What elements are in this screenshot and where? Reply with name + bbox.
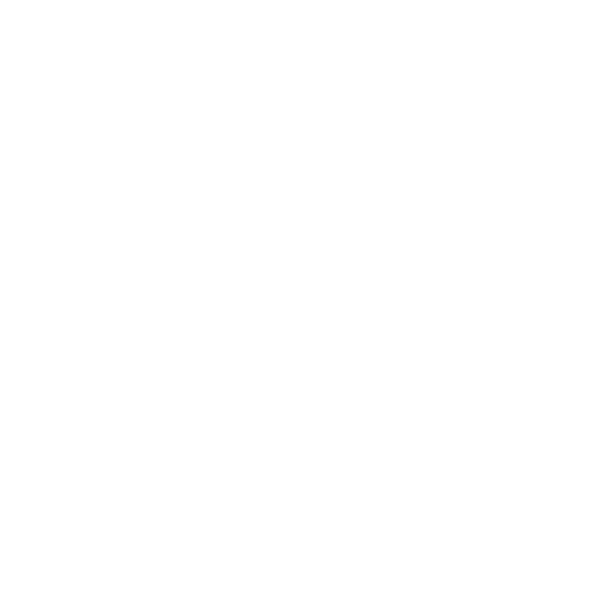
holes-layer — [0, 0, 597, 597]
product-image — [0, 0, 597, 597]
